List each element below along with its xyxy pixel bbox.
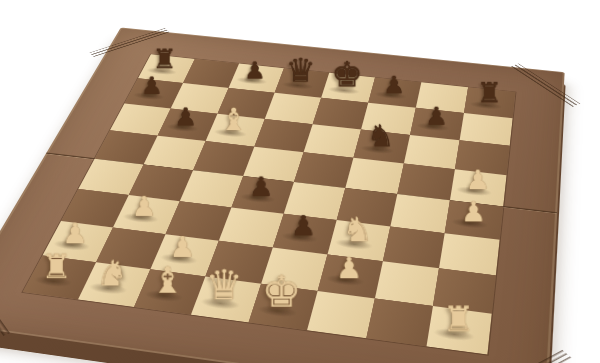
white-knight-b1[interactable]: ♞	[78, 262, 150, 307]
square-d7[interactable]	[265, 93, 321, 124]
black-pawn-g7[interactable]: ♟	[410, 108, 464, 140]
board-frame: ♜♟♛♚♟♜♟♟♟♝♞♟♟♟♟♟♞♟♟♟♜♞♝♛♚♜	[0, 27, 565, 363]
pawn-glyph: ♟	[174, 105, 197, 130]
black-pawn-f8[interactable]: ♟	[368, 78, 421, 108]
pawn-glyph: ♟	[291, 212, 317, 240]
black-queen-d8[interactable]: ♛	[275, 68, 330, 98]
white-pawn-b3[interactable]: ♟	[113, 195, 180, 234]
square-f1[interactable]	[307, 291, 375, 338]
rook-glyph: ♜	[476, 79, 502, 107]
pawn-glyph: ♟	[169, 233, 195, 262]
corner-groove-inlay	[0, 271, 10, 339]
chess-board: ♜♟♛♚♟♜♟♟♟♝♞♟♟♟♟♟♞♟♟♟♜♞♝♛♚♜	[0, 27, 565, 363]
pawn-glyph: ♟	[244, 59, 266, 83]
pawn-glyph: ♟	[383, 73, 405, 97]
pawn-glyph: ♟	[466, 167, 491, 194]
knight-glyph: ♞	[96, 256, 128, 291]
rook-glyph: ♜	[41, 250, 72, 284]
black-rook-h8[interactable]: ♜	[464, 87, 515, 118]
bishop-glyph: ♝	[151, 262, 184, 298]
pawn-glyph: ♟	[249, 173, 274, 200]
white-pawn-f2[interactable]: ♟	[318, 254, 383, 298]
board-grid: ♜♟♛♚♟♜♟♟♟♝♞♟♟♟♟♟♞♟♟♟♜♞♝♛♚♜	[23, 54, 516, 354]
rook-glyph: ♜	[152, 46, 177, 73]
knight-glyph: ♞	[342, 213, 373, 247]
white-rook-h1[interactable]: ♜	[426, 306, 491, 355]
queen-glyph: ♛	[286, 54, 316, 87]
rook-glyph: ♜	[442, 302, 474, 337]
queen-glyph: ♛	[205, 265, 243, 306]
white-king-e1[interactable]: ♚	[249, 284, 318, 331]
square-c4[interactable]	[180, 170, 243, 207]
square-e5[interactable]	[294, 152, 353, 188]
white-pawn-h4[interactable]: ♟	[445, 200, 504, 240]
pawn-glyph: ♟	[336, 254, 363, 283]
black-knight-f6[interactable]: ♞	[353, 130, 410, 164]
square-g5[interactable]	[397, 164, 455, 201]
perspective-scene: ♜♟♛♚♟♜♟♟♟♝♞♟♟♟♟♟♞♟♟♟♜♞♝♛♚♜	[44, 0, 544, 363]
pawn-glyph: ♟	[461, 198, 486, 226]
pawn-glyph: ♟	[62, 219, 88, 247]
photo-stage: ♜♟♛♚♟♜♟♟♟♝♞♟♟♟♟♟♞♟♟♟♜♞♝♛♚♜	[0, 0, 600, 363]
black-king-e8[interactable]: ♚	[321, 73, 375, 103]
square-g1[interactable]	[366, 298, 433, 346]
bishop-glyph: ♝	[219, 104, 247, 135]
knight-glyph: ♞	[367, 121, 395, 151]
pawn-glyph: ♟	[132, 193, 157, 220]
king-glyph: ♚	[331, 57, 363, 92]
white-bishop-c6[interactable]: ♝	[206, 114, 265, 147]
pawn-glyph: ♟	[425, 104, 448, 129]
pawn-glyph: ♟	[141, 74, 163, 98]
king-glyph: ♚	[261, 270, 301, 314]
black-pawn-d4[interactable]: ♟	[231, 176, 294, 214]
square-e7[interactable]	[313, 98, 369, 130]
square-h7[interactable]	[460, 113, 513, 146]
black-pawn-e3[interactable]: ♟	[273, 214, 337, 255]
square-f5[interactable]	[345, 158, 404, 194]
corner-groove-inlay	[511, 63, 580, 107]
